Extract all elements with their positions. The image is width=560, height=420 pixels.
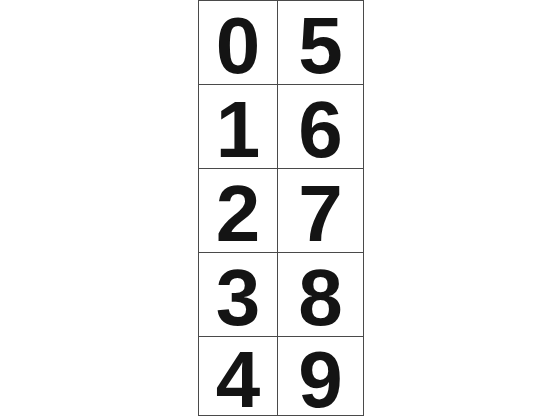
digit-cell-r4c0: 4: [199, 337, 277, 415]
digit-cell-r3c1: 8: [278, 253, 363, 336]
digit-label: 5: [298, 6, 343, 86]
digit-label: 8: [298, 258, 343, 338]
digit-cell-r3c0: 3: [199, 253, 277, 336]
digit-label: 2: [216, 174, 261, 254]
digit-label: 1: [216, 90, 261, 170]
digit-cell-r0c1: 5: [278, 1, 363, 84]
digit-label: 7: [298, 174, 343, 254]
digit-label: 4: [216, 340, 261, 420]
digit-cell-r0c0: 0: [199, 1, 277, 84]
digit-cell-r1c1: 6: [278, 85, 363, 168]
digit-cell-r1c0: 1: [199, 85, 277, 168]
digit-cell-r4c1: 9: [278, 337, 363, 415]
digit-label: 6: [298, 90, 343, 170]
digit-label: 0: [216, 6, 261, 86]
digit-cell-r2c1: 7: [278, 169, 363, 252]
digit-label: 3: [216, 258, 261, 338]
digit-grid: 0 5 1 6 2 7 3 8 4 9: [198, 0, 364, 416]
digit-cell-r2c0: 2: [199, 169, 277, 252]
image-background: 0 5 1 6 2 7 3 8 4 9: [0, 0, 560, 420]
digit-label: 9: [298, 340, 343, 420]
